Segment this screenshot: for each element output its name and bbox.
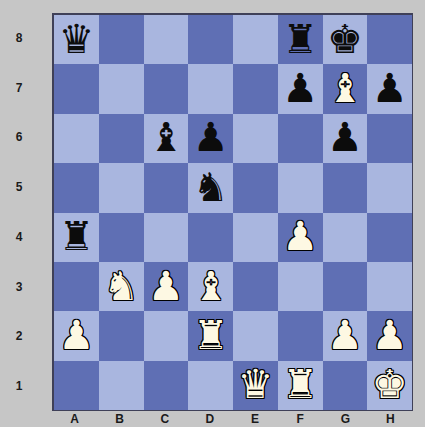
rank-label-3: 3 [0,262,52,312]
square-b6[interactable] [99,114,144,163]
file-label-g: G [323,411,368,427]
square-h4[interactable] [367,213,412,262]
square-b4[interactable] [99,213,144,262]
file-label-a: A [52,411,97,427]
square-a3[interactable] [54,262,99,311]
square-h3[interactable] [367,262,412,311]
square-a5[interactable] [54,163,99,212]
rank-label-7: 7 [0,63,52,113]
square-e6[interactable] [233,114,278,163]
square-a4[interactable]: ♜ [54,213,99,262]
rank-label-6: 6 [0,113,52,163]
square-d7[interactable] [188,64,233,113]
square-f1[interactable]: ♜ [278,361,323,410]
square-b5[interactable] [99,163,144,212]
square-h5[interactable] [367,163,412,212]
black-king-g8[interactable]: ♚ [327,19,363,59]
white-pawn-f4[interactable]: ♟ [282,216,318,256]
white-rook-f1[interactable]: ♜ [282,364,318,404]
white-bishop-d3[interactable]: ♝ [193,266,229,306]
white-rook-d2[interactable]: ♜ [193,315,229,355]
file-label-b: B [97,411,142,427]
white-pawn-a2[interactable]: ♟ [58,315,94,355]
square-h2[interactable]: ♟ [367,311,412,360]
square-e2[interactable] [233,311,278,360]
rank-label-8: 8 [0,13,52,63]
square-a2[interactable]: ♟ [54,311,99,360]
square-c5[interactable] [144,163,189,212]
square-c6[interactable]: ♝ [144,114,189,163]
square-g5[interactable] [323,163,368,212]
file-label-f: F [278,411,323,427]
square-e3[interactable] [233,262,278,311]
square-d2[interactable]: ♜ [188,311,233,360]
square-c8[interactable] [144,15,189,64]
square-e1[interactable]: ♛ [233,361,278,410]
square-c1[interactable] [144,361,189,410]
black-pawn-f7[interactable]: ♟ [282,68,318,108]
square-g7[interactable]: ♝ [323,64,368,113]
square-b3[interactable]: ♞ [99,262,144,311]
square-a8[interactable]: ♛ [54,15,99,64]
black-queen-a8[interactable]: ♛ [58,19,94,59]
square-b1[interactable] [99,361,144,410]
white-pawn-h2[interactable]: ♟ [372,315,408,355]
rank-label-1: 1 [0,361,52,411]
white-knight-b3[interactable]: ♞ [103,266,139,306]
black-bishop-c6[interactable]: ♝ [148,117,184,157]
white-king-h1[interactable]: ♚ [372,364,408,404]
black-pawn-d6[interactable]: ♟ [193,117,229,157]
square-b7[interactable] [99,64,144,113]
square-c4[interactable] [144,213,189,262]
file-label-c: C [142,411,187,427]
square-d1[interactable] [188,361,233,410]
square-d5[interactable]: ♞ [188,163,233,212]
white-queen-e1[interactable]: ♛ [237,364,273,404]
black-pawn-h7[interactable]: ♟ [372,68,408,108]
square-d4[interactable] [188,213,233,262]
square-h6[interactable] [367,114,412,163]
square-f2[interactable] [278,311,323,360]
square-f6[interactable] [278,114,323,163]
square-e4[interactable] [233,213,278,262]
square-b8[interactable] [99,15,144,64]
square-c3[interactable]: ♟ [144,262,189,311]
black-rook-f8[interactable]: ♜ [282,19,318,59]
square-d8[interactable] [188,15,233,64]
square-d3[interactable]: ♝ [188,262,233,311]
square-c7[interactable] [144,64,189,113]
chess-board[interactable]: ♛♜♚♟♝♟♝♟♟♞♜♟♞♟♝♟♜♟♟♛♜♚ [52,13,413,411]
file-label-e: E [233,411,278,427]
chess-board-window: 87654321 ♛♜♚♟♝♟♝♟♟♞♜♟♞♟♝♟♜♟♟♛♜♚ ABCDEFGH [0,0,425,427]
square-a6[interactable] [54,114,99,163]
square-h1[interactable]: ♚ [367,361,412,410]
square-c2[interactable] [144,311,189,360]
rank-labels: 87654321 [0,13,52,411]
black-rook-a4[interactable]: ♜ [58,216,94,256]
square-f3[interactable] [278,262,323,311]
square-e7[interactable] [233,64,278,113]
square-e8[interactable] [233,15,278,64]
square-f7[interactable]: ♟ [278,64,323,113]
square-g8[interactable]: ♚ [323,15,368,64]
file-label-h: H [368,411,413,427]
white-pawn-c3[interactable]: ♟ [148,266,184,306]
white-pawn-g2[interactable]: ♟ [327,315,363,355]
rank-label-2: 2 [0,312,52,362]
square-h7[interactable]: ♟ [367,64,412,113]
white-bishop-g7[interactable]: ♝ [327,68,363,108]
square-g1[interactable] [323,361,368,410]
file-labels: ABCDEFGH [52,411,413,427]
square-g4[interactable] [323,213,368,262]
rank-label-5: 5 [0,162,52,212]
square-g6[interactable]: ♟ [323,114,368,163]
square-e5[interactable] [233,163,278,212]
square-g2[interactable]: ♟ [323,311,368,360]
square-b2[interactable] [99,311,144,360]
square-f4[interactable]: ♟ [278,213,323,262]
square-d6[interactable]: ♟ [188,114,233,163]
rank-label-4: 4 [0,212,52,262]
square-g3[interactable] [323,262,368,311]
square-f8[interactable]: ♜ [278,15,323,64]
file-label-d: D [187,411,232,427]
square-a7[interactable] [54,64,99,113]
square-f5[interactable] [278,163,323,212]
square-h8[interactable] [367,15,412,64]
black-pawn-g6[interactable]: ♟ [327,117,363,157]
square-a1[interactable] [54,361,99,410]
black-knight-d5[interactable]: ♞ [193,167,229,207]
